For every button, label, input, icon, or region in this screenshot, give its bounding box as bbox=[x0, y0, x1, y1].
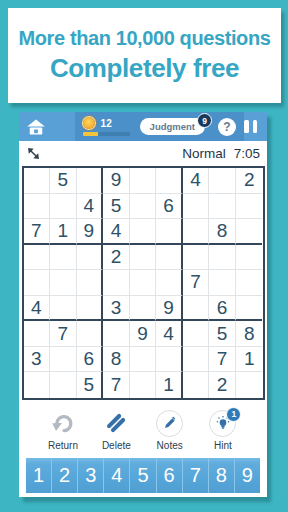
cell-r2c2[interactable] bbox=[50, 194, 77, 220]
cell-r7c7[interactable] bbox=[183, 321, 210, 347]
cell-r1c1[interactable] bbox=[24, 168, 51, 194]
hint-label: Hint bbox=[214, 440, 232, 451]
cell-r5c3[interactable] bbox=[77, 270, 104, 296]
cell-r4c1[interactable] bbox=[24, 245, 51, 271]
hint-button[interactable]: 1 Hint bbox=[199, 409, 247, 451]
cell-r2c3[interactable]: 4 bbox=[77, 194, 104, 220]
cell-r1c7[interactable]: 4 bbox=[183, 168, 210, 194]
cell-r5c6[interactable] bbox=[156, 270, 183, 296]
cell-r4c9[interactable] bbox=[236, 245, 263, 271]
cell-r9c8[interactable]: 2 bbox=[209, 372, 236, 398]
cell-r6c5[interactable] bbox=[130, 296, 157, 322]
cell-r5c4[interactable] bbox=[103, 270, 130, 296]
cell-r1c9[interactable]: 2 bbox=[236, 168, 263, 194]
cell-r8c8[interactable]: 7 bbox=[209, 347, 236, 373]
cell-r5c2[interactable] bbox=[50, 270, 77, 296]
cell-r1c2[interactable]: 5 bbox=[50, 168, 77, 194]
cell-r1c4[interactable]: 9 bbox=[103, 168, 130, 194]
cell-r6c8[interactable]: 6 bbox=[209, 296, 236, 322]
cell-r6c4[interactable]: 3 bbox=[103, 296, 130, 322]
cell-r4c4[interactable]: 2 bbox=[103, 245, 130, 271]
pause-button[interactable] bbox=[244, 120, 257, 133]
difficulty-label: Normal bbox=[182, 146, 226, 161]
cell-r9c2[interactable] bbox=[50, 372, 77, 398]
cell-r6c7[interactable] bbox=[183, 296, 210, 322]
pause-icon bbox=[244, 120, 249, 133]
cell-r3c7[interactable] bbox=[183, 219, 210, 245]
cell-r3c5[interactable] bbox=[130, 219, 157, 245]
expand-icon[interactable] bbox=[26, 146, 41, 161]
cell-r7c9[interactable]: 8 bbox=[236, 321, 263, 347]
cell-r5c8[interactable] bbox=[209, 270, 236, 296]
cell-r4c3[interactable] bbox=[77, 245, 104, 271]
key-1[interactable]: 1 bbox=[26, 458, 52, 493]
coin-group: 12 bbox=[83, 117, 130, 136]
sudoku-app-window: 12 Judgment 9 ? Normal bbox=[19, 112, 267, 497]
cell-r7c6[interactable]: 4 bbox=[156, 321, 183, 347]
cell-r8c4[interactable]: 8 bbox=[103, 347, 130, 373]
cell-r2c7[interactable] bbox=[183, 194, 210, 220]
judgment-button[interactable]: Judgment 9 bbox=[140, 118, 205, 135]
cell-r4c5[interactable] bbox=[130, 245, 157, 271]
key-8[interactable]: 8 bbox=[209, 458, 235, 493]
cell-r5c7[interactable]: 7 bbox=[183, 270, 210, 296]
cell-r6c1[interactable]: 4 bbox=[24, 296, 51, 322]
cell-r9c3[interactable]: 5 bbox=[77, 372, 104, 398]
cell-r1c6[interactable] bbox=[156, 168, 183, 194]
undo-arrow-icon bbox=[51, 411, 76, 436]
cell-r9c5[interactable] bbox=[130, 372, 157, 398]
cell-r3c6[interactable] bbox=[156, 219, 183, 245]
question-mark-icon: ? bbox=[223, 120, 230, 134]
cell-r9c9[interactable] bbox=[236, 372, 263, 398]
help-button[interactable]: ? bbox=[218, 118, 236, 136]
notes-label: Notes bbox=[157, 440, 183, 451]
key-3[interactable]: 3 bbox=[78, 458, 104, 493]
header-panel: 12 Judgment 9 ? bbox=[75, 112, 244, 141]
cell-r8c6[interactable] bbox=[156, 347, 183, 373]
cell-r3c3[interactable]: 9 bbox=[77, 219, 104, 245]
key-6[interactable]: 6 bbox=[157, 458, 183, 493]
cell-r9c1[interactable] bbox=[24, 372, 51, 398]
cell-r9c6[interactable]: 1 bbox=[156, 372, 183, 398]
cell-r3c1[interactable]: 7 bbox=[24, 219, 51, 245]
cell-r6c6[interactable]: 9 bbox=[156, 296, 183, 322]
sudoku-grid: 59424567194827439679458368715712 bbox=[22, 166, 265, 400]
promo-banner: More than 10,000 questions Completely fr… bbox=[8, 8, 281, 103]
cell-r7c4[interactable] bbox=[103, 321, 130, 347]
coin-count: 12 bbox=[101, 118, 112, 129]
cell-r3c2[interactable]: 1 bbox=[50, 219, 77, 245]
toolbar: Return Delete bbox=[19, 400, 267, 451]
cell-r6c3[interactable] bbox=[77, 296, 104, 322]
eraser-icon bbox=[103, 410, 129, 436]
cell-r4c8[interactable] bbox=[209, 245, 236, 271]
cell-r8c3[interactable]: 6 bbox=[77, 347, 104, 373]
cell-r8c9[interactable]: 1 bbox=[236, 347, 263, 373]
delete-button[interactable]: Delete bbox=[92, 409, 140, 451]
cell-r4c6[interactable] bbox=[156, 245, 183, 271]
judgment-badge: 9 bbox=[197, 113, 212, 128]
cell-r7c3[interactable] bbox=[77, 321, 104, 347]
key-7[interactable]: 7 bbox=[183, 458, 209, 493]
return-button[interactable]: Return bbox=[39, 409, 87, 451]
coin-progress-fill bbox=[83, 132, 99, 136]
cell-r5c9[interactable] bbox=[236, 270, 263, 296]
key-4[interactable]: 4 bbox=[104, 458, 130, 493]
cell-r8c7[interactable] bbox=[183, 347, 210, 373]
header-bar: 12 Judgment 9 ? bbox=[19, 112, 267, 141]
cell-r5c5[interactable] bbox=[130, 270, 157, 296]
key-9[interactable]: 9 bbox=[235, 458, 260, 493]
cell-r7c1[interactable] bbox=[24, 321, 51, 347]
notes-button[interactable]: Notes bbox=[146, 409, 194, 451]
home-icon bbox=[26, 117, 46, 137]
cell-r6c9[interactable] bbox=[236, 296, 263, 322]
cell-r1c5[interactable] bbox=[130, 168, 157, 194]
cell-r5c1[interactable] bbox=[24, 270, 51, 296]
home-button[interactable] bbox=[25, 116, 47, 138]
cell-r9c7[interactable] bbox=[183, 372, 210, 398]
cell-r8c1[interactable]: 3 bbox=[24, 347, 51, 373]
judgment-label: Judgment bbox=[150, 121, 195, 132]
cell-r2c5[interactable] bbox=[130, 194, 157, 220]
cell-r3c8[interactable]: 8 bbox=[209, 219, 236, 245]
cell-r7c8[interactable]: 5 bbox=[209, 321, 236, 347]
cell-r2c1[interactable] bbox=[24, 194, 51, 220]
timer-value: 7:05 bbox=[234, 146, 260, 161]
cell-r7c5[interactable]: 9 bbox=[130, 321, 157, 347]
number-keypad: 123456789 bbox=[26, 458, 260, 493]
coin-icon bbox=[83, 117, 95, 129]
cell-r4c7[interactable] bbox=[183, 245, 210, 271]
cell-r3c4[interactable]: 4 bbox=[103, 219, 130, 245]
hint-badge: 1 bbox=[226, 407, 241, 422]
cell-r6c2[interactable] bbox=[50, 296, 77, 322]
cell-r9c4[interactable]: 7 bbox=[103, 372, 130, 398]
cell-r2c4[interactable]: 5 bbox=[103, 194, 130, 220]
cell-r1c3[interactable] bbox=[77, 168, 104, 194]
cell-r1c8[interactable] bbox=[209, 168, 236, 194]
status-row: Normal 7:05 bbox=[19, 141, 267, 166]
cell-r7c2[interactable]: 7 bbox=[50, 321, 77, 347]
pencil-icon bbox=[162, 415, 178, 431]
promo-line-2: Completely free bbox=[50, 53, 239, 84]
key-2[interactable]: 2 bbox=[52, 458, 78, 493]
promo-line-1: More than 10,000 questions bbox=[19, 27, 271, 50]
cell-r8c2[interactable] bbox=[50, 347, 77, 373]
coin-progress-bar bbox=[83, 132, 130, 136]
key-5[interactable]: 5 bbox=[130, 458, 156, 493]
return-label: Return bbox=[48, 440, 78, 451]
delete-label: Delete bbox=[102, 440, 131, 451]
cell-r2c8[interactable] bbox=[209, 194, 236, 220]
cell-r2c6[interactable]: 6 bbox=[156, 194, 183, 220]
cell-r4c2[interactable] bbox=[50, 245, 77, 271]
cell-r8c5[interactable] bbox=[130, 347, 157, 373]
cell-r3c9[interactable] bbox=[236, 219, 263, 245]
cell-r2c9[interactable] bbox=[236, 194, 263, 220]
